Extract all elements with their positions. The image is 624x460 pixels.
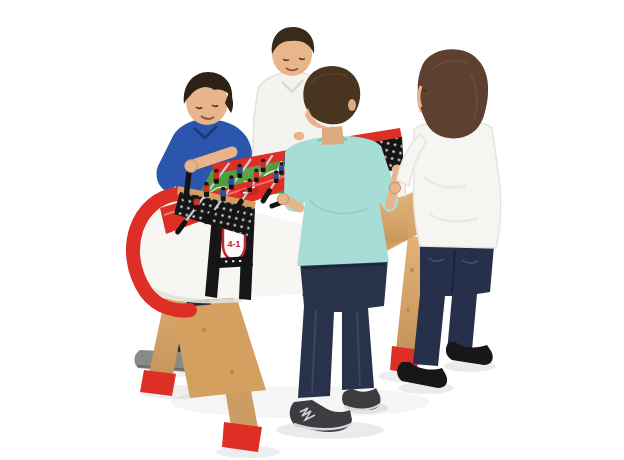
boy-turquoise-ear bbox=[348, 99, 356, 111]
foosball-player-red bbox=[194, 195, 200, 210]
photo-canvas: 4-1 bbox=[0, 0, 624, 460]
foosball-player-blue bbox=[228, 175, 234, 189]
foosball-player-blue bbox=[220, 187, 226, 201]
foosball-player-red bbox=[213, 169, 219, 184]
foosball-scene: 4-1 bbox=[0, 0, 624, 460]
girl-eyelash bbox=[423, 90, 426, 91]
foosball-player-blue bbox=[237, 164, 243, 178]
foosball-player-red bbox=[203, 182, 209, 197]
table-foot-front-left bbox=[140, 370, 176, 396]
gripped-handle bbox=[186, 172, 189, 198]
boy-blue-fist bbox=[185, 160, 198, 173]
crest-text: 4-1 bbox=[227, 239, 240, 249]
girl-hand bbox=[389, 182, 400, 193]
boy-white-hand bbox=[294, 132, 305, 140]
crest-ribbon bbox=[217, 256, 253, 268]
girl-head bbox=[417, 49, 488, 138]
foosball-player-red bbox=[247, 178, 253, 192]
table-foot-back-left bbox=[222, 422, 262, 452]
foosball-player-blue bbox=[279, 162, 284, 175]
boy-turquoise-left-fist bbox=[277, 193, 288, 204]
boy-turquoise-shirt bbox=[284, 136, 399, 266]
foosball-player-red bbox=[254, 169, 260, 183]
foosball-player-blue bbox=[274, 170, 279, 183]
foosball-player-red bbox=[260, 159, 266, 173]
